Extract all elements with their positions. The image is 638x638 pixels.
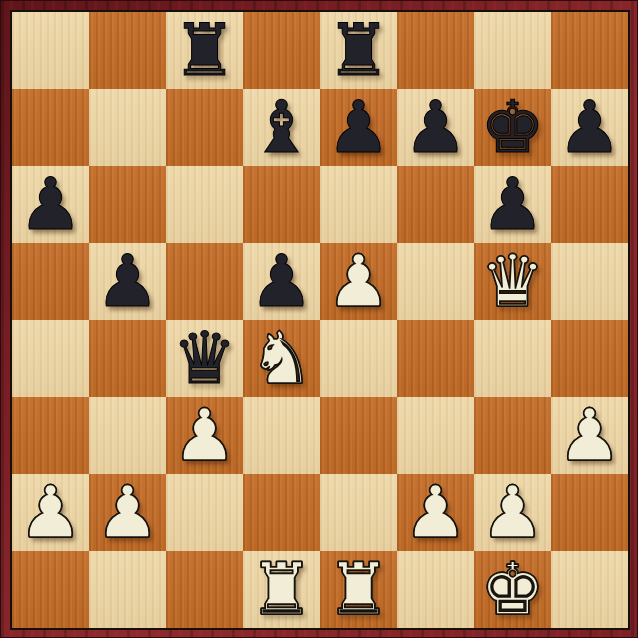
white-rook[interactable]: ♜ [326, 551, 391, 628]
white-pawn[interactable]: ♟ [326, 243, 391, 320]
square-g6[interactable]: ♟ [474, 166, 551, 243]
square-b3[interactable] [89, 397, 166, 474]
square-a2[interactable]: ♟ [12, 474, 89, 551]
board-border: ♜♜♝♟♟♚♟♟♟♟♟♟♛♛♞♟♟♟♟♟♟♜♜♚ [10, 10, 630, 630]
square-h1[interactable] [551, 551, 628, 628]
square-e8[interactable]: ♜ [320, 12, 397, 89]
square-h4[interactable] [551, 320, 628, 397]
square-g3[interactable] [474, 397, 551, 474]
square-f6[interactable] [397, 166, 474, 243]
square-b6[interactable] [89, 166, 166, 243]
square-g4[interactable] [474, 320, 551, 397]
square-c5[interactable] [166, 243, 243, 320]
square-a7[interactable] [12, 89, 89, 166]
square-e3[interactable] [320, 397, 397, 474]
square-a6[interactable]: ♟ [12, 166, 89, 243]
black-bishop[interactable]: ♝ [249, 89, 314, 166]
square-e5[interactable]: ♟ [320, 243, 397, 320]
square-c4[interactable]: ♛ [166, 320, 243, 397]
white-pawn[interactable]: ♟ [172, 397, 237, 474]
black-pawn[interactable]: ♟ [249, 243, 314, 320]
white-knight[interactable]: ♞ [249, 320, 314, 397]
square-a5[interactable] [12, 243, 89, 320]
black-pawn[interactable]: ♟ [326, 89, 391, 166]
square-g1[interactable]: ♚ [474, 551, 551, 628]
square-b2[interactable]: ♟ [89, 474, 166, 551]
square-d1[interactable]: ♜ [243, 551, 320, 628]
square-a8[interactable] [12, 12, 89, 89]
square-f7[interactable]: ♟ [397, 89, 474, 166]
square-d2[interactable] [243, 474, 320, 551]
black-pawn[interactable]: ♟ [557, 89, 622, 166]
square-e7[interactable]: ♟ [320, 89, 397, 166]
square-c7[interactable] [166, 89, 243, 166]
square-d8[interactable] [243, 12, 320, 89]
square-h5[interactable] [551, 243, 628, 320]
square-b5[interactable]: ♟ [89, 243, 166, 320]
chess-board: ♜♜♝♟♟♚♟♟♟♟♟♟♛♛♞♟♟♟♟♟♟♜♜♚ [12, 12, 628, 628]
square-d6[interactable] [243, 166, 320, 243]
square-d3[interactable] [243, 397, 320, 474]
square-d7[interactable]: ♝ [243, 89, 320, 166]
black-rook[interactable]: ♜ [326, 12, 391, 89]
square-c6[interactable] [166, 166, 243, 243]
black-pawn[interactable]: ♟ [403, 89, 468, 166]
square-e4[interactable] [320, 320, 397, 397]
square-f4[interactable] [397, 320, 474, 397]
board-frame: ♜♜♝♟♟♚♟♟♟♟♟♟♛♛♞♟♟♟♟♟♟♜♜♚ [0, 0, 638, 638]
square-d5[interactable]: ♟ [243, 243, 320, 320]
square-b8[interactable] [89, 12, 166, 89]
square-h7[interactable]: ♟ [551, 89, 628, 166]
square-f3[interactable] [397, 397, 474, 474]
square-c1[interactable] [166, 551, 243, 628]
square-a4[interactable] [12, 320, 89, 397]
black-pawn[interactable]: ♟ [480, 166, 545, 243]
white-king[interactable]: ♚ [480, 551, 545, 628]
white-pawn[interactable]: ♟ [18, 474, 83, 551]
square-h6[interactable] [551, 166, 628, 243]
square-h2[interactable] [551, 474, 628, 551]
white-pawn[interactable]: ♟ [403, 474, 468, 551]
square-b1[interactable] [89, 551, 166, 628]
white-queen[interactable]: ♛ [480, 243, 545, 320]
black-queen[interactable]: ♛ [172, 320, 237, 397]
black-pawn[interactable]: ♟ [95, 243, 160, 320]
square-a3[interactable] [12, 397, 89, 474]
square-f5[interactable] [397, 243, 474, 320]
square-e2[interactable] [320, 474, 397, 551]
square-c8[interactable]: ♜ [166, 12, 243, 89]
square-g8[interactable] [474, 12, 551, 89]
black-pawn[interactable]: ♟ [18, 166, 83, 243]
square-f8[interactable] [397, 12, 474, 89]
square-e6[interactable] [320, 166, 397, 243]
black-king[interactable]: ♚ [480, 89, 545, 166]
square-e1[interactable]: ♜ [320, 551, 397, 628]
white-rook[interactable]: ♜ [249, 551, 314, 628]
square-g2[interactable]: ♟ [474, 474, 551, 551]
square-b4[interactable] [89, 320, 166, 397]
square-c2[interactable] [166, 474, 243, 551]
black-rook[interactable]: ♜ [172, 12, 237, 89]
white-pawn[interactable]: ♟ [95, 474, 160, 551]
square-g5[interactable]: ♛ [474, 243, 551, 320]
square-h8[interactable] [551, 12, 628, 89]
square-b7[interactable] [89, 89, 166, 166]
square-a1[interactable] [12, 551, 89, 628]
square-c3[interactable]: ♟ [166, 397, 243, 474]
square-h3[interactable]: ♟ [551, 397, 628, 474]
white-pawn[interactable]: ♟ [557, 397, 622, 474]
square-d4[interactable]: ♞ [243, 320, 320, 397]
square-f2[interactable]: ♟ [397, 474, 474, 551]
square-f1[interactable] [397, 551, 474, 628]
white-pawn[interactable]: ♟ [480, 474, 545, 551]
square-g7[interactable]: ♚ [474, 89, 551, 166]
